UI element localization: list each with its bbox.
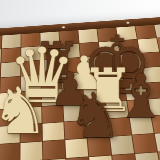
board-square (66, 157, 90, 160)
board-square (112, 154, 137, 160)
board-square (132, 134, 157, 153)
board-square (89, 156, 113, 160)
dark-knight[interactable]: ♞ (67, 85, 123, 147)
board-square (158, 151, 160, 160)
white-knight[interactable]: ♞ (0, 79, 49, 143)
hinge-dot (62, 26, 64, 28)
board-square (135, 152, 160, 160)
photo-stage: Overhead photo of a wooden folding chess… (0, 0, 160, 160)
